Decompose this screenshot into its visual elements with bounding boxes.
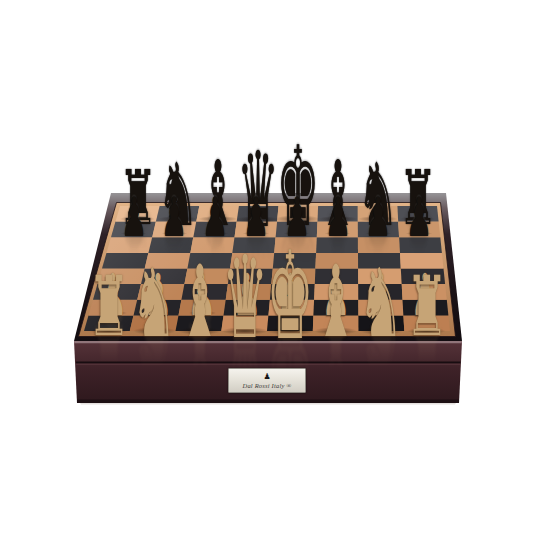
piece-glyph: ♞ <box>358 257 403 352</box>
piece-glyph: ♟ <box>365 191 392 245</box>
piece-glyph: ♟ <box>161 191 188 245</box>
brand-text: Dal Rossi Italy ® <box>243 382 292 389</box>
chess-set-photo: ♜♞♝♛♚♝♞♜♟♟♟♟♟♟♟♟♟♟♟♟♟♟♟♟♜♞♝♛♚♝♞♜ ♜♞♝♛♚♝♞… <box>0 0 533 533</box>
brand-plaque: ♟ Dal Rossi Italy ® <box>228 368 306 393</box>
piece-glyph: ♚ <box>267 236 314 357</box>
piece-glyph: ♟ <box>406 191 433 245</box>
piece-glyph: ♜ <box>405 267 448 350</box>
piece-glyph: ♝ <box>179 254 220 353</box>
pieces-layer: ♜♞♝♛♚♝♞♜♟♟♟♟♟♟♟♟♟♟♟♟♟♟♟♟♜♞♝♛♚♝♞♜ <box>0 0 533 533</box>
piece-glyph: ♟ <box>324 191 351 245</box>
pawn-icon: ♟ <box>263 373 270 381</box>
piece-glyph: ♟ <box>120 191 147 245</box>
piece-glyph: ♝ <box>315 254 356 353</box>
piece-glyph: ♜ <box>88 267 131 350</box>
piece-glyph: ♛ <box>222 242 268 356</box>
piece-glyph: ♞ <box>132 257 177 352</box>
